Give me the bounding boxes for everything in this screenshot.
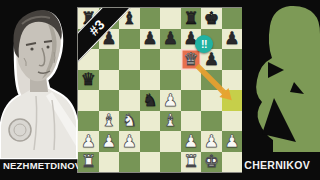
right-eye (47, 46, 50, 49)
square-h6[interactable] (222, 49, 243, 70)
square-e7[interactable]: ♟ (160, 29, 181, 50)
piece-white-pawn: ♟ (163, 92, 178, 109)
square-c1[interactable] (119, 152, 140, 173)
square-e4[interactable]: ♟ (160, 90, 181, 111)
nezhmetdinov-photo (0, 0, 78, 172)
square-d1[interactable] (140, 152, 161, 173)
square-a3[interactable] (78, 111, 99, 132)
piece-white-queen: ♛ (183, 51, 198, 68)
square-g4[interactable] (201, 90, 222, 111)
square-f4[interactable] (181, 90, 202, 111)
square-f2[interactable]: ♟ (181, 131, 202, 152)
square-g3[interactable] (201, 111, 222, 132)
square-b5[interactable] (99, 70, 120, 91)
medal (9, 119, 31, 141)
square-b4[interactable] (99, 90, 120, 111)
square-b1[interactable] (99, 152, 120, 173)
square-h8[interactable] (222, 8, 243, 29)
square-c2[interactable]: ♟ (119, 131, 140, 152)
square-f5[interactable] (181, 70, 202, 91)
square-d2[interactable] (140, 131, 161, 152)
piece-black-queen: ♛ (81, 71, 96, 88)
square-f1[interactable]: ♜ (181, 152, 202, 173)
piece-black-pawn: ♟ (163, 30, 178, 47)
square-a2[interactable]: ♟ (78, 131, 99, 152)
square-d4[interactable]: ♞ (140, 90, 161, 111)
square-e1[interactable] (160, 152, 181, 173)
piece-white-pawn: ♟ (224, 133, 239, 150)
square-b3[interactable]: ♝ (99, 111, 120, 132)
square-g1[interactable]: ♚ (201, 152, 222, 173)
piece-black-king: ♚ (204, 10, 219, 27)
square-d5[interactable] (140, 70, 161, 91)
piece-white-knight: ♞ (122, 112, 137, 129)
square-e2[interactable] (160, 131, 181, 152)
piece-white-bishop: ♝ (101, 112, 116, 129)
black-player-name: CHERNIKOV (244, 159, 310, 171)
piece-white-rook: ♜ (183, 153, 198, 170)
square-g5[interactable] (201, 70, 222, 91)
piece-white-rook: ♜ (81, 153, 96, 170)
square-d7[interactable]: ♟ (140, 29, 161, 50)
square-h4[interactable] (222, 90, 243, 111)
square-a5[interactable]: ♛ (78, 70, 99, 91)
piece-black-pawn: ♟ (204, 51, 219, 68)
square-c5[interactable] (119, 70, 140, 91)
black-player-panel: CHERNIKOV (242, 0, 320, 180)
white-player-name: NEZHMETDINOV (3, 160, 81, 171)
square-e3[interactable]: ♝ (160, 111, 181, 132)
square-f6[interactable]: ♛ (181, 49, 202, 70)
square-b6[interactable] (99, 49, 120, 70)
piece-white-pawn: ♟ (122, 133, 137, 150)
square-h5[interactable] (222, 70, 243, 91)
square-e5[interactable] (160, 70, 181, 91)
piece-white-king: ♚ (204, 153, 219, 170)
square-f3[interactable] (181, 111, 202, 132)
piece-white-pawn: ♟ (101, 133, 116, 150)
chess-board[interactable]: ♜♝♜♚♟♟♟♟♟♛♟♛♞♟♝♞♝♟♟♟♟♟♟♜♜♚ !! #3 (78, 8, 242, 172)
piece-black-rook: ♜ (183, 10, 198, 27)
piece-white-pawn: ♟ (183, 133, 198, 150)
chernikov-silhouette (242, 0, 320, 180)
square-h7[interactable]: ♟ (222, 29, 243, 50)
square-e8[interactable] (160, 8, 181, 29)
square-e6[interactable] (160, 49, 181, 70)
piece-white-pawn: ♟ (81, 133, 96, 150)
square-a4[interactable] (78, 90, 99, 111)
piece-black-knight: ♞ (142, 92, 157, 109)
square-f8[interactable]: ♜ (181, 8, 202, 29)
square-c6[interactable] (119, 49, 140, 70)
brilliant-move-badge: !! (195, 35, 213, 53)
left-eye (30, 47, 33, 50)
square-h1[interactable] (222, 152, 243, 173)
square-g2[interactable]: ♟ (201, 131, 222, 152)
piece-black-pawn: ♟ (142, 30, 157, 47)
square-a1[interactable]: ♜ (78, 152, 99, 173)
square-c4[interactable] (119, 90, 140, 111)
square-b2[interactable]: ♟ (99, 131, 120, 152)
square-c7[interactable] (119, 29, 140, 50)
square-h2[interactable]: ♟ (222, 131, 243, 152)
square-g8[interactable]: ♚ (201, 8, 222, 29)
white-player-panel: NEZHMETDINOV (0, 0, 78, 180)
piece-white-pawn: ♟ (204, 133, 219, 150)
square-d6[interactable] (140, 49, 161, 70)
square-h3[interactable] (222, 111, 243, 132)
square-d8[interactable] (140, 8, 161, 29)
square-c3[interactable]: ♞ (119, 111, 140, 132)
square-d3[interactable] (140, 111, 161, 132)
thumbnail: NEZHMETDINOV ♜♝♜♚♟♟♟♟♟♛♟♛♞♟♝♞♝♟♟♟♟♟♟♜♜♚ … (0, 0, 320, 180)
piece-white-bishop: ♝ (163, 112, 178, 129)
piece-black-pawn: ♟ (224, 30, 239, 47)
